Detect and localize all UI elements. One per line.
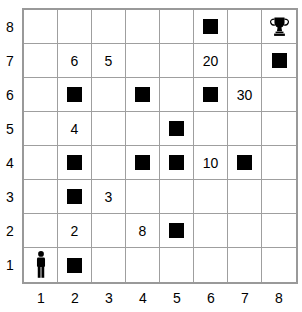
cell-c7r1[interactable] xyxy=(228,248,262,282)
cell-c3r2[interactable] xyxy=(92,214,126,248)
row-label-3: 3 xyxy=(0,180,20,214)
black-square xyxy=(135,155,150,170)
black-square xyxy=(67,155,82,170)
cell-c1r7[interactable] xyxy=(24,44,58,78)
cell-c2r4[interactable] xyxy=(58,146,92,180)
number-label: 4 xyxy=(71,122,79,136)
row-label-8: 8 xyxy=(0,10,20,44)
black-square xyxy=(203,19,218,34)
cell-c7r5[interactable] xyxy=(228,112,262,146)
black-square xyxy=(67,189,82,204)
cell-c7r2[interactable] xyxy=(228,214,262,248)
number-label: 3 xyxy=(105,190,113,204)
cell-c8r5[interactable] xyxy=(262,112,296,146)
number-label: 8 xyxy=(139,224,147,238)
cell-c4r3[interactable] xyxy=(126,180,160,214)
cell-c8r3[interactable] xyxy=(262,180,296,214)
cell-c5r7[interactable] xyxy=(160,44,194,78)
row-label-5: 5 xyxy=(0,112,20,146)
cell-c6r4[interactable]: 10 xyxy=(194,146,228,180)
cell-c5r5[interactable] xyxy=(160,112,194,146)
cell-c2r6[interactable] xyxy=(58,78,92,112)
cell-c1r8[interactable] xyxy=(24,10,58,44)
cell-c4r7[interactable] xyxy=(126,44,160,78)
cell-c5r3[interactable] xyxy=(160,180,194,214)
row-label-4: 4 xyxy=(0,146,20,180)
black-square xyxy=(272,53,287,68)
cell-c7r8[interactable] xyxy=(228,10,262,44)
number-label: 6 xyxy=(71,54,79,68)
cell-c3r8[interactable] xyxy=(92,10,126,44)
cell-c2r8[interactable] xyxy=(58,10,92,44)
cell-c5r1[interactable] xyxy=(160,248,194,282)
col-label-6: 6 xyxy=(194,288,228,308)
cell-c6r2[interactable] xyxy=(194,214,228,248)
cell-c8r1[interactable] xyxy=(262,248,296,282)
cell-c6r1[interactable] xyxy=(194,248,228,282)
cell-c2r1[interactable] xyxy=(58,248,92,282)
row-label-1: 1 xyxy=(0,248,20,282)
black-square xyxy=(169,121,184,136)
cell-c8r4[interactable] xyxy=(262,146,296,180)
cell-c2r3[interactable] xyxy=(58,180,92,214)
number-label: 5 xyxy=(105,54,113,68)
row-label-2: 2 xyxy=(0,214,20,248)
maze-grid: 652030410328 xyxy=(22,8,298,284)
col-labels: 12345678 xyxy=(24,288,296,308)
col-label-5: 5 xyxy=(160,288,194,308)
col-label-1: 1 xyxy=(24,288,58,308)
col-label-7: 7 xyxy=(228,288,262,308)
row-label-7: 7 xyxy=(0,44,20,78)
cell-c1r6[interactable] xyxy=(24,78,58,112)
trophy-icon xyxy=(268,16,291,37)
cell-c3r1[interactable] xyxy=(92,248,126,282)
cell-c1r2[interactable] xyxy=(24,214,58,248)
col-label-8: 8 xyxy=(262,288,296,308)
cell-c3r3[interactable]: 3 xyxy=(92,180,126,214)
cell-c4r2[interactable]: 8 xyxy=(126,214,160,248)
col-label-4: 4 xyxy=(126,288,160,308)
cell-c5r8[interactable] xyxy=(160,10,194,44)
black-square xyxy=(237,155,252,170)
cell-c6r6[interactable] xyxy=(194,78,228,112)
row-labels: 87654321 xyxy=(0,10,20,282)
cell-c4r6[interactable] xyxy=(126,78,160,112)
cell-c4r1[interactable] xyxy=(126,248,160,282)
black-square xyxy=(67,87,82,102)
cell-c1r4[interactable] xyxy=(24,146,58,180)
cell-c6r7[interactable]: 20 xyxy=(194,44,228,78)
col-label-3: 3 xyxy=(92,288,126,308)
cell-c8r8[interactable] xyxy=(262,10,296,44)
cell-c1r1[interactable] xyxy=(24,248,58,282)
cell-c2r2[interactable]: 2 xyxy=(58,214,92,248)
cell-c8r2[interactable] xyxy=(262,214,296,248)
cell-c3r6[interactable] xyxy=(92,78,126,112)
cell-c5r2[interactable] xyxy=(160,214,194,248)
black-square xyxy=(67,258,82,273)
number-label: 10 xyxy=(203,156,219,170)
cell-c7r7[interactable] xyxy=(228,44,262,78)
black-square xyxy=(135,87,150,102)
cell-c5r6[interactable] xyxy=(160,78,194,112)
cell-c3r4[interactable] xyxy=(92,146,126,180)
cell-c2r7[interactable]: 6 xyxy=(58,44,92,78)
cell-c7r3[interactable] xyxy=(228,180,262,214)
cell-c8r7[interactable] xyxy=(262,44,296,78)
cell-c3r5[interactable] xyxy=(92,112,126,146)
cell-c6r3[interactable] xyxy=(194,180,228,214)
number-label: 30 xyxy=(237,88,253,102)
black-square xyxy=(203,87,218,102)
cell-c4r8[interactable] xyxy=(126,10,160,44)
row-label-6: 6 xyxy=(0,78,20,112)
puzzle-board: 87654321 652030410328 12345678 xyxy=(0,0,302,312)
cell-c4r4[interactable] xyxy=(126,146,160,180)
cell-c4r5[interactable] xyxy=(126,112,160,146)
cell-c8r6[interactable] xyxy=(262,78,296,112)
cell-c7r4[interactable] xyxy=(228,146,262,180)
cell-c5r4[interactable] xyxy=(160,146,194,180)
cell-c1r3[interactable] xyxy=(24,180,58,214)
black-square xyxy=(169,223,184,238)
col-label-2: 2 xyxy=(58,288,92,308)
cell-c3r7[interactable]: 5 xyxy=(92,44,126,78)
cell-c7r6[interactable]: 30 xyxy=(228,78,262,112)
cell-c6r8[interactable] xyxy=(194,10,228,44)
cell-c1r5[interactable] xyxy=(24,112,58,146)
cell-c6r5[interactable] xyxy=(194,112,228,146)
cell-c2r5[interactable]: 4 xyxy=(58,112,92,146)
number-label: 2 xyxy=(71,224,79,238)
number-label: 20 xyxy=(203,54,219,68)
black-square xyxy=(169,155,184,170)
person-icon xyxy=(34,251,48,279)
